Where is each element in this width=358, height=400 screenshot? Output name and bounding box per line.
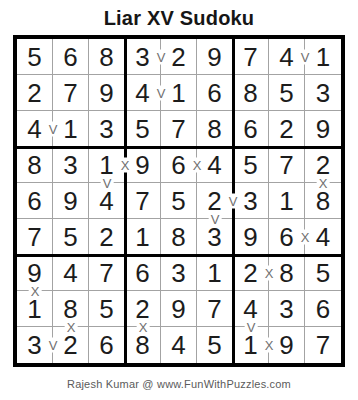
xv-mark-x: X xyxy=(317,176,330,191)
cell-r3c8: 2 xyxy=(269,111,305,147)
attribution-footer: Rajesh Kumar @ www.FunWithPuzzles.com xyxy=(67,378,291,390)
xv-mark-v: V xyxy=(227,194,240,209)
xv-mark-v: V xyxy=(155,50,168,65)
cell-r1c2: 6 xyxy=(53,39,89,75)
cell-r3c5: 7 xyxy=(161,111,197,147)
cell-r5c1: 6 xyxy=(17,183,53,219)
cell-r4c2: 3 xyxy=(53,147,89,183)
cell-r8c3: 5 xyxy=(89,291,125,327)
xv-mark-v: V xyxy=(209,212,222,227)
cell-r3c6: 8 xyxy=(197,111,233,147)
cell-r3c3: 3 xyxy=(89,111,125,147)
box-border-vertical xyxy=(124,39,127,363)
xv-mark-v: V xyxy=(101,176,114,191)
cell-r6c4: 1 xyxy=(125,219,161,255)
cell-r6c1: 7 xyxy=(17,219,53,255)
cell-r2c9: 3 xyxy=(305,75,341,111)
cell-r3c7: 6 xyxy=(233,111,269,147)
cell-r5c5: 5 xyxy=(161,183,197,219)
xv-mark-x: X xyxy=(29,284,42,299)
cell-r9c3: 6 xyxy=(89,327,125,363)
cell-r6c2: 5 xyxy=(53,219,89,255)
cell-r2c2: 7 xyxy=(53,75,89,111)
cell-r2c7: 8 xyxy=(233,75,269,111)
cell-r2c3: 9 xyxy=(89,75,125,111)
cell-r1c7: 7 xyxy=(233,39,269,75)
xv-mark-x: X xyxy=(65,320,78,335)
xv-mark-x: X xyxy=(137,320,150,335)
cell-r1c6: 9 xyxy=(197,39,233,75)
cell-r7c9: 5 xyxy=(305,255,341,291)
cell-r7c3: 7 xyxy=(89,255,125,291)
cell-r9c5: 4 xyxy=(161,327,197,363)
cell-r8c8: 3 xyxy=(269,291,305,327)
xv-mark-x: X xyxy=(191,158,204,173)
cell-r7c2: 4 xyxy=(53,255,89,291)
sudoku-board: 5683297412794168534135786298319645726947… xyxy=(13,35,345,367)
cell-r6c7: 9 xyxy=(233,219,269,255)
cell-r5c8: 1 xyxy=(269,183,305,219)
puzzle-page: Liar XV Sudoku 5683297412794168534135786… xyxy=(0,0,358,400)
box-border-horizontal xyxy=(17,254,341,257)
cell-r4c7: 5 xyxy=(233,147,269,183)
cell-r4c8: 7 xyxy=(269,147,305,183)
cell-r3c9: 9 xyxy=(305,111,341,147)
xv-mark-x: X xyxy=(299,230,312,245)
cell-r2c6: 6 xyxy=(197,75,233,111)
cell-r7c4: 6 xyxy=(125,255,161,291)
cell-r8c9: 6 xyxy=(305,291,341,327)
xv-mark-v: V xyxy=(245,320,258,335)
cell-r9c6: 5 xyxy=(197,327,233,363)
cell-r3c4: 5 xyxy=(125,111,161,147)
xv-mark-v: V xyxy=(155,86,168,101)
cell-r7c5: 3 xyxy=(161,255,197,291)
xv-mark-x: X xyxy=(263,266,276,281)
cell-r8c6: 7 xyxy=(197,291,233,327)
cell-r2c8: 5 xyxy=(269,75,305,111)
xv-mark-x: X xyxy=(263,338,276,353)
xv-mark-x: X xyxy=(119,158,132,173)
cell-r6c5: 8 xyxy=(161,219,197,255)
puzzle-title: Liar XV Sudoku xyxy=(104,7,255,30)
cell-r8c5: 9 xyxy=(161,291,197,327)
xv-mark-v: V xyxy=(299,50,312,65)
cell-r9c9: 7 xyxy=(305,327,341,363)
cell-r1c1: 5 xyxy=(17,39,53,75)
cell-r5c4: 7 xyxy=(125,183,161,219)
box-border-horizontal xyxy=(17,146,341,149)
cell-r6c3: 2 xyxy=(89,219,125,255)
cell-r5c2: 9 xyxy=(53,183,89,219)
cell-r7c6: 1 xyxy=(197,255,233,291)
cell-r1c3: 8 xyxy=(89,39,125,75)
cell-r2c1: 2 xyxy=(17,75,53,111)
xv-mark-v: V xyxy=(47,338,60,353)
xv-mark-v: V xyxy=(47,122,60,137)
cell-r4c1: 8 xyxy=(17,147,53,183)
